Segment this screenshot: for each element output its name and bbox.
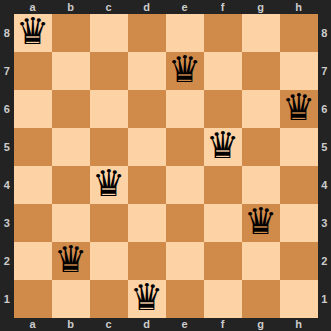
square-d6[interactable]: [128, 90, 166, 128]
square-e7[interactable]: ♛: [166, 52, 204, 90]
square-e3[interactable]: [166, 204, 204, 242]
rank-label-2: 2: [318, 242, 331, 280]
rank-label-3: 3: [0, 204, 14, 242]
file-label-f: f: [204, 0, 242, 14]
square-c4[interactable]: ♛: [90, 166, 128, 204]
square-h2[interactable]: [280, 242, 318, 280]
file-label-b: b: [52, 0, 90, 14]
square-b1[interactable]: [52, 280, 90, 318]
square-d3[interactable]: [128, 204, 166, 242]
square-e6[interactable]: [166, 90, 204, 128]
rank-labels-left: 87654321: [0, 14, 14, 318]
square-h5[interactable]: [280, 128, 318, 166]
square-e5[interactable]: [166, 128, 204, 166]
square-a7[interactable]: [14, 52, 52, 90]
square-g7[interactable]: [242, 52, 280, 90]
square-a1[interactable]: [14, 280, 52, 318]
black-queen[interactable]: ♛: [244, 203, 277, 240]
square-e2[interactable]: [166, 242, 204, 280]
square-f5[interactable]: ♛: [204, 128, 242, 166]
square-e8[interactable]: [166, 14, 204, 52]
square-f4[interactable]: [204, 166, 242, 204]
square-d8[interactable]: [128, 14, 166, 52]
square-d4[interactable]: [128, 166, 166, 204]
square-d7[interactable]: [128, 52, 166, 90]
file-label-e: e: [166, 318, 204, 331]
square-c3[interactable]: [90, 204, 128, 242]
file-label-c: c: [90, 0, 128, 14]
square-e1[interactable]: [166, 280, 204, 318]
square-f7[interactable]: [204, 52, 242, 90]
square-a6[interactable]: [14, 90, 52, 128]
square-h6[interactable]: ♛: [280, 90, 318, 128]
square-g2[interactable]: [242, 242, 280, 280]
square-b6[interactable]: [52, 90, 90, 128]
rank-label-3: 3: [318, 204, 331, 242]
square-b4[interactable]: [52, 166, 90, 204]
square-h3[interactable]: [280, 204, 318, 242]
rank-label-1: 1: [0, 280, 14, 318]
black-queen[interactable]: ♛: [16, 13, 49, 50]
rank-label-2: 2: [0, 242, 14, 280]
black-queen[interactable]: ♛: [206, 127, 239, 164]
black-queen[interactable]: ♛: [282, 89, 315, 126]
square-f2[interactable]: [204, 242, 242, 280]
black-queen[interactable]: ♛: [168, 51, 201, 88]
file-labels-bottom: abcdefgh: [14, 318, 318, 331]
square-a8[interactable]: ♛: [14, 14, 52, 52]
rank-label-1: 1: [318, 280, 331, 318]
square-c5[interactable]: [90, 128, 128, 166]
square-e4[interactable]: [166, 166, 204, 204]
rank-label-4: 4: [318, 166, 331, 204]
file-label-b: b: [52, 318, 90, 331]
square-a4[interactable]: [14, 166, 52, 204]
black-queen[interactable]: ♛: [92, 165, 125, 202]
rank-label-8: 8: [318, 14, 331, 52]
square-f1[interactable]: [204, 280, 242, 318]
square-h8[interactable]: [280, 14, 318, 52]
square-f3[interactable]: [204, 204, 242, 242]
square-d2[interactable]: [128, 242, 166, 280]
file-label-a: a: [14, 318, 52, 331]
rank-label-5: 5: [318, 128, 331, 166]
square-b3[interactable]: [52, 204, 90, 242]
square-h7[interactable]: [280, 52, 318, 90]
square-b5[interactable]: [52, 128, 90, 166]
rank-label-5: 5: [0, 128, 14, 166]
black-queen[interactable]: ♛: [54, 241, 87, 278]
square-g4[interactable]: [242, 166, 280, 204]
file-label-d: d: [128, 318, 166, 331]
file-label-h: h: [280, 0, 318, 14]
rank-label-8: 8: [0, 14, 14, 52]
square-b2[interactable]: ♛: [52, 242, 90, 280]
rank-label-7: 7: [0, 52, 14, 90]
square-d1[interactable]: ♛: [128, 280, 166, 318]
square-g5[interactable]: [242, 128, 280, 166]
square-c2[interactable]: [90, 242, 128, 280]
file-label-c: c: [90, 318, 128, 331]
board: ♛♛♛♛♛♛♛♛: [14, 14, 318, 318]
square-c8[interactable]: [90, 14, 128, 52]
square-g8[interactable]: [242, 14, 280, 52]
file-label-d: d: [128, 0, 166, 14]
square-c7[interactable]: [90, 52, 128, 90]
square-c6[interactable]: [90, 90, 128, 128]
black-queen[interactable]: ♛: [130, 279, 163, 316]
square-b7[interactable]: [52, 52, 90, 90]
file-label-h: h: [280, 318, 318, 331]
square-f6[interactable]: [204, 90, 242, 128]
file-labels-top: abcdefgh: [14, 0, 318, 14]
board-frame: abcdefgh abcdefgh 87654321 87654321 ♛♛♛♛…: [0, 0, 331, 331]
rank-label-4: 4: [0, 166, 14, 204]
square-h1[interactable]: [280, 280, 318, 318]
rank-label-6: 6: [318, 90, 331, 128]
square-a2[interactable]: [14, 242, 52, 280]
square-d5[interactable]: [128, 128, 166, 166]
square-b8[interactable]: [52, 14, 90, 52]
square-h4[interactable]: [280, 166, 318, 204]
square-f8[interactable]: [204, 14, 242, 52]
file-label-g: g: [242, 0, 280, 14]
rank-label-7: 7: [318, 52, 331, 90]
square-a5[interactable]: [14, 128, 52, 166]
square-g3[interactable]: ♛: [242, 204, 280, 242]
square-g1[interactable]: [242, 280, 280, 318]
rank-labels-right: 87654321: [318, 14, 331, 318]
square-c1[interactable]: [90, 280, 128, 318]
file-label-f: f: [204, 318, 242, 331]
square-a3[interactable]: [14, 204, 52, 242]
file-label-g: g: [242, 318, 280, 331]
square-g6[interactable]: [242, 90, 280, 128]
rank-label-6: 6: [0, 90, 14, 128]
file-label-e: e: [166, 0, 204, 14]
